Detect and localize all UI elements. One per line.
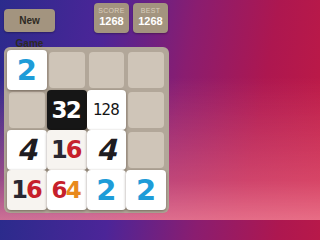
cell-r1c4 (128, 52, 164, 88)
tile-64: 64 (47, 170, 87, 210)
score-box: SCORE 1268 (94, 3, 129, 33)
tile-16: 16 (7, 170, 47, 210)
tile-32: 32 (47, 90, 87, 130)
cell-r4c4: 2 (128, 172, 164, 208)
best-label: BEST (133, 7, 168, 14)
tile-16: 16 (47, 130, 87, 170)
cell-r3c3: 4 (89, 132, 125, 168)
cell-r4c1: 16 (9, 172, 45, 208)
cell-r4c3: 2 (89, 172, 125, 208)
cell-r4c2: 64 (49, 172, 85, 208)
cell-r3c4 (128, 132, 164, 168)
cell-r2c2: 32 (49, 92, 85, 128)
cell-r1c1: 2 (9, 52, 45, 88)
new-game-button[interactable]: New Game (4, 9, 55, 32)
tile-2: 2 (87, 170, 127, 210)
cell-r3c1: 4 (9, 132, 45, 168)
board[interactable]: 2321284164166422 (4, 47, 169, 213)
cell-r1c2 (49, 52, 85, 88)
score-value: 1268 (94, 15, 129, 27)
score-label: SCORE (94, 7, 129, 14)
tile-4: 4 (87, 130, 127, 170)
tile-4: 4 (7, 130, 47, 170)
cell-r2c3: 128 (89, 92, 125, 128)
best-value: 1268 (133, 15, 168, 27)
tile-2: 2 (7, 50, 47, 90)
cell-r3c2: 16 (49, 132, 85, 168)
cell-r1c3 (89, 52, 125, 88)
cell-r2c4 (128, 92, 164, 128)
tile-128: 128 (87, 90, 127, 130)
best-box: BEST 1268 (133, 3, 168, 33)
cell-r2c1 (9, 92, 45, 128)
app: { "game": "2048", "position": { "grid": … (0, 0, 173, 220)
tile-2: 2 (126, 170, 166, 210)
